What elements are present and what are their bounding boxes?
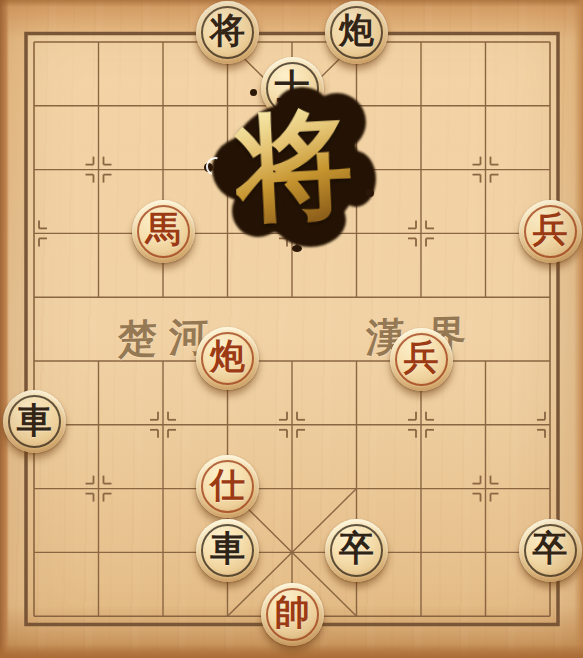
piece-character: 兵 (519, 200, 582, 263)
piece-character: 炮 (325, 1, 388, 64)
piece-character: 炮 (196, 327, 259, 390)
xiangqi-app: 楚河 漢界 将炮士馬兵炮兵車仕車卒卒帥 将 (0, 0, 583, 658)
piece-black-chariot-a[interactable]: 車 (3, 390, 66, 453)
piece-black-chariot-b[interactable]: 車 (196, 519, 259, 582)
piece-black-soldier-a[interactable]: 卒 (325, 519, 388, 582)
piece-red-cannon[interactable]: 炮 (196, 327, 259, 390)
piece-black-soldier-b[interactable]: 卒 (519, 519, 582, 582)
piece-red-soldier-a[interactable]: 兵 (519, 200, 582, 263)
piece-character: 帥 (261, 583, 324, 646)
piece-black-general[interactable]: 将 (196, 1, 259, 64)
piece-red-soldier-b[interactable]: 兵 (390, 328, 453, 391)
piece-character: 馬 (132, 200, 195, 263)
piece-red-general[interactable]: 帥 (261, 583, 324, 646)
piece-black-advisor[interactable]: 士 (261, 57, 324, 120)
piece-character: 兵 (390, 328, 453, 391)
piece-character: 仕 (196, 455, 259, 518)
piece-character: 士 (261, 57, 324, 120)
piece-character: 車 (3, 390, 66, 453)
piece-character: 将 (196, 1, 259, 64)
piece-character: 卒 (325, 519, 388, 582)
piece-red-horse[interactable]: 馬 (132, 200, 195, 263)
piece-red-advisor[interactable]: 仕 (196, 455, 259, 518)
piece-black-cannon[interactable]: 炮 (325, 1, 388, 64)
piece-character: 卒 (519, 519, 582, 582)
piece-character: 車 (196, 519, 259, 582)
